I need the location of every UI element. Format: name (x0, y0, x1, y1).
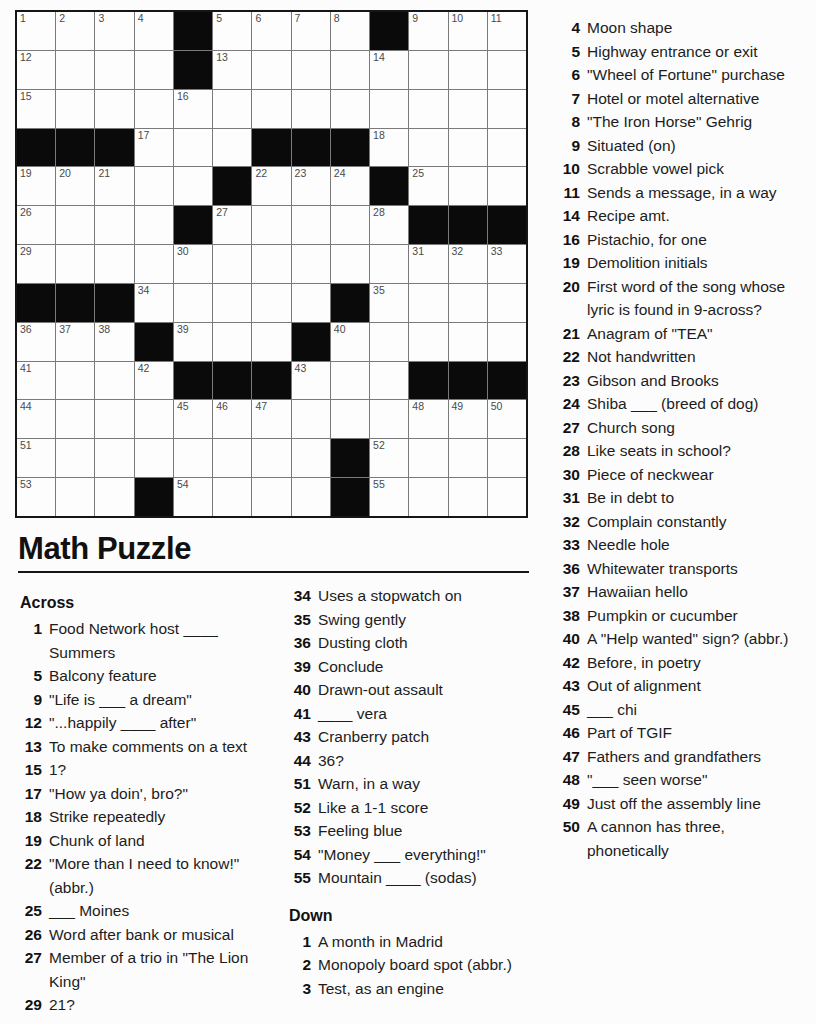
cell-number: 48 (412, 400, 424, 413)
cell-r7c12[interactable]: 32 (449, 245, 487, 283)
cell-r4c4[interactable]: 17 (135, 129, 173, 167)
cell-number: 3 (98, 12, 104, 25)
cell-r12c13[interactable] (488, 439, 526, 477)
cell-r13c2[interactable] (56, 478, 94, 516)
clue-text: Member of a trio in "The Lion King" (49, 946, 258, 993)
cell-r1c8[interactable]: 7 (292, 12, 330, 50)
cell-r8c6[interactable] (213, 284, 251, 322)
clue-number: 14 (556, 204, 580, 228)
cell-r4c13[interactable] (488, 129, 526, 167)
clues-bottom-section: Across 1Food Network host ____ Summers5B… (18, 584, 534, 1017)
cell-r5c7[interactable]: 22 (252, 167, 290, 205)
black-cell-r4c7 (252, 129, 290, 167)
cell-number: 12 (20, 51, 32, 64)
cell-r5c4[interactable] (135, 167, 173, 205)
cell-r1c4[interactable]: 4 (135, 12, 173, 50)
cell-number: 22 (255, 167, 267, 180)
cell-number: 38 (98, 323, 110, 336)
clue-down-45: 45___ chi (556, 698, 805, 722)
clue-text: Food Network host ____ Summers (49, 617, 258, 664)
cell-r7c11[interactable]: 31 (409, 245, 447, 283)
black-cell-r8c2 (56, 284, 94, 322)
cell-r3c7[interactable] (252, 90, 290, 128)
cell-r11c12[interactable]: 49 (449, 400, 487, 438)
cell-number: 11 (491, 12, 502, 25)
cell-r3c5[interactable]: 16 (174, 90, 212, 128)
cell-r2c11[interactable] (409, 51, 447, 89)
cell-r11c13[interactable]: 50 (488, 400, 526, 438)
cell-r5c13[interactable] (488, 167, 526, 205)
cell-r13c5[interactable]: 54 (174, 478, 212, 516)
cell-r4c10[interactable]: 18 (370, 129, 408, 167)
clue-across-17: 17"How ya doin', bro?" (18, 782, 258, 806)
clue-down-3: 3Test, as an engine (287, 977, 534, 1001)
clue-number: 30 (556, 463, 580, 487)
clue-text: Test, as an engine (318, 977, 534, 1001)
cell-number: 33 (491, 245, 503, 258)
black-cell-r6c5 (174, 206, 212, 244)
cell-r11c5[interactable]: 45 (174, 400, 212, 438)
cell-number: 51 (20, 439, 32, 452)
cell-r7c1[interactable]: 29 (17, 245, 55, 283)
cell-r11c10[interactable] (370, 400, 408, 438)
cell-number: 10 (452, 12, 464, 25)
cell-r13c7[interactable] (252, 478, 290, 516)
cell-r1c6[interactable]: 5 (213, 12, 251, 50)
clue-number: 21 (556, 322, 580, 346)
cell-r5c12[interactable] (449, 167, 487, 205)
clue-text: First word of the song whose lyric is fo… (587, 275, 805, 322)
black-cell-r5c6 (213, 167, 251, 205)
black-cell-r9c4 (135, 323, 173, 361)
cell-r5c1[interactable]: 19 (17, 167, 55, 205)
clue-text: Shiba ___ (breed of dog) (587, 392, 805, 416)
clue-text: Situated (on) (587, 134, 805, 158)
cell-r7c8[interactable] (292, 245, 330, 283)
clue-text: Complain constantly (587, 510, 805, 534)
clue-down-4: 4Moon shape (556, 16, 805, 40)
cell-r1c2[interactable]: 2 (56, 12, 94, 50)
cell-r8c10[interactable]: 35 (370, 284, 408, 322)
clue-number: 40 (556, 627, 580, 651)
clue-text: Strike repeatedly (49, 805, 258, 829)
across-clues-list-continued: 34Uses a stopwatch on35Swing gently36Dus… (287, 584, 534, 890)
clue-across-15: 151? (18, 758, 258, 782)
cell-r2c8[interactable] (292, 51, 330, 89)
black-cell-r5c10 (370, 167, 408, 205)
cell-number: 55 (373, 478, 385, 491)
cell-r8c4[interactable]: 34 (135, 284, 173, 322)
clue-down-49: 49Just off the assembly line (556, 792, 805, 816)
cell-r2c3[interactable] (95, 51, 133, 89)
cell-r13c11[interactable] (409, 478, 447, 516)
cell-r4c6[interactable] (213, 129, 251, 167)
clue-down-9: 9Situated (on) (556, 134, 805, 158)
cell-r7c4[interactable] (135, 245, 173, 283)
cell-number: 6 (255, 12, 261, 25)
clue-across-13: 13To make comments on a text (18, 735, 258, 759)
cell-number: 29 (20, 245, 32, 258)
cell-r7c13[interactable]: 33 (488, 245, 526, 283)
cell-number: 23 (295, 167, 307, 180)
cell-number: 30 (177, 245, 189, 258)
clue-down-43: 43Out of alignment (556, 674, 805, 698)
cell-number: 53 (20, 478, 32, 491)
clue-text: Conclude (318, 655, 534, 679)
cell-r7c6[interactable] (213, 245, 251, 283)
clue-number: 35 (287, 608, 311, 632)
cell-r8c12[interactable] (449, 284, 487, 322)
clue-across-36: 36Dusting cloth (287, 631, 534, 655)
clue-text: Fathers and grandfathers (587, 745, 805, 769)
cell-r9c10[interactable] (370, 323, 408, 361)
cell-r13c10[interactable]: 55 (370, 478, 408, 516)
black-cell-r4c8 (292, 129, 330, 167)
clue-number: 45 (556, 698, 580, 722)
cell-r13c12[interactable] (449, 478, 487, 516)
cell-number: 18 (373, 129, 385, 142)
cell-r9c5[interactable]: 39 (174, 323, 212, 361)
black-cell-r4c2 (56, 129, 94, 167)
cell-r5c2[interactable]: 20 (56, 167, 94, 205)
cell-r2c1[interactable]: 12 (17, 51, 55, 89)
cell-r4c11[interactable] (409, 129, 447, 167)
clue-number: 24 (556, 392, 580, 416)
cell-number: 13 (216, 51, 228, 64)
cell-r7c10[interactable] (370, 245, 408, 283)
clue-across-5: 5Balcony feature (18, 664, 258, 688)
cell-r13c13[interactable] (488, 478, 526, 516)
clue-number: 9 (18, 688, 42, 712)
clue-text: Cranberry patch (318, 725, 534, 749)
cell-r6c4[interactable] (135, 206, 173, 244)
cell-r12c7[interactable] (252, 439, 290, 477)
clue-number: 36 (287, 631, 311, 655)
cell-number: 25 (412, 167, 424, 180)
cell-r11c6[interactable]: 46 (213, 400, 251, 438)
cell-r1c7[interactable]: 6 (252, 12, 290, 50)
clue-down-8: 8"The Iron Horse" Gehrig (556, 110, 805, 134)
clue-number: 49 (556, 792, 580, 816)
clue-across-44: 4436? (287, 749, 534, 773)
cell-r12c4[interactable] (135, 439, 173, 477)
cell-number: 26 (20, 206, 32, 219)
cell-r3c3[interactable] (95, 90, 133, 128)
clue-number: 55 (287, 866, 311, 890)
clue-number: 47 (556, 745, 580, 769)
cell-r13c8[interactable] (292, 478, 330, 516)
cell-r7c2[interactable] (56, 245, 94, 283)
clue-down-37: 37Hawaiian hello (556, 580, 805, 604)
cell-r3c1[interactable]: 15 (17, 90, 55, 128)
cell-r12c3[interactable] (95, 439, 133, 477)
clue-number: 19 (18, 829, 42, 853)
clue-down-6: 6"Wheel of Fortune" purchase (556, 63, 805, 87)
cell-r7c5[interactable]: 30 (174, 245, 212, 283)
cell-r11c7[interactable]: 47 (252, 400, 290, 438)
clue-text: 21? (49, 993, 258, 1017)
clue-across-1: 1Food Network host ____ Summers (18, 617, 258, 664)
cell-number: 50 (491, 400, 503, 413)
cell-r6c2[interactable] (56, 206, 94, 244)
clue-down-10: 10Scrabble vowel pick (556, 157, 805, 181)
clue-text: Whitewater transports (587, 557, 805, 581)
cell-number: 40 (334, 323, 346, 336)
clue-number: 22 (556, 345, 580, 369)
clue-text: Scrabble vowel pick (587, 157, 805, 181)
cell-number: 45 (177, 400, 189, 413)
across-clues-column: Across 1Food Network host ____ Summers5B… (18, 584, 258, 1017)
cell-r3c11[interactable] (409, 90, 447, 128)
cell-r3c12[interactable] (449, 90, 487, 128)
clue-text: 36? (318, 749, 534, 773)
clue-number: 15 (18, 758, 42, 782)
cell-r4c5[interactable] (174, 129, 212, 167)
cell-number: 7 (295, 12, 301, 25)
cell-r12c2[interactable] (56, 439, 94, 477)
cell-number: 28 (373, 206, 385, 219)
cell-r2c2[interactable] (56, 51, 94, 89)
cell-number: 44 (20, 400, 32, 413)
cell-r3c10[interactable] (370, 90, 408, 128)
cell-r12c5[interactable] (174, 439, 212, 477)
cell-number: 42 (138, 362, 150, 375)
cell-r3c4[interactable] (135, 90, 173, 128)
clue-down-46: 46Part of TGIF (556, 721, 805, 745)
cell-r8c5[interactable] (174, 284, 212, 322)
clue-number: 39 (287, 655, 311, 679)
cell-number: 20 (59, 167, 71, 180)
clue-across-55: 55Mountain ____ (sodas) (287, 866, 534, 890)
clue-text: ____ vera (318, 702, 534, 726)
clue-text: Dusting cloth (318, 631, 534, 655)
cell-r1c1[interactable]: 1 (17, 12, 55, 50)
cell-r1c3[interactable]: 3 (95, 12, 133, 50)
cell-r6c1[interactable]: 26 (17, 206, 55, 244)
cell-number: 21 (98, 167, 110, 180)
clue-down-27: 27Church song (556, 416, 805, 440)
clue-text: A "Help wanted" sign? (abbr.) (587, 627, 805, 651)
clue-number: 51 (287, 772, 311, 796)
cell-r12c8[interactable] (292, 439, 330, 477)
clue-across-12: 12"...happily ____ after" (18, 711, 258, 735)
cell-r9c1[interactable]: 36 (17, 323, 55, 361)
black-cell-r8c9 (331, 284, 369, 322)
cell-r6c7[interactable] (252, 206, 290, 244)
clue-number: 48 (556, 768, 580, 792)
black-cell-r10c6 (213, 362, 251, 400)
clue-number: 25 (18, 899, 42, 923)
clue-text: ___ chi (587, 698, 805, 722)
cell-r2c13[interactable] (488, 51, 526, 89)
clue-text: Hotel or motel alternative (587, 87, 805, 111)
cell-r11c11[interactable]: 48 (409, 400, 447, 438)
cell-r3c2[interactable] (56, 90, 94, 128)
clue-across-27: 27Member of a trio in "The Lion King" (18, 946, 258, 993)
cell-r11c3[interactable] (95, 400, 133, 438)
clue-number: 4 (556, 16, 580, 40)
cell-r6c10[interactable]: 28 (370, 206, 408, 244)
clue-across-35: 35Swing gently (287, 608, 534, 632)
cell-r9c3[interactable]: 38 (95, 323, 133, 361)
cell-r7c9[interactable] (331, 245, 369, 283)
cell-r6c8[interactable] (292, 206, 330, 244)
clue-text: Just off the assembly line (587, 792, 805, 816)
cell-number: 17 (138, 129, 150, 142)
cell-r8c11[interactable] (409, 284, 447, 322)
cell-r11c8[interactable] (292, 400, 330, 438)
cell-r8c7[interactable] (252, 284, 290, 322)
black-cell-r10c5 (174, 362, 212, 400)
cell-r11c4[interactable] (135, 400, 173, 438)
cell-r13c6[interactable] (213, 478, 251, 516)
clue-down-2: 2Monopoly board spot (abbr.) (287, 953, 534, 977)
clue-across-9: 9"Life is ___ a dream" (18, 688, 258, 712)
cell-r11c9[interactable] (331, 400, 369, 438)
crossword-grid: 1234567891011121314151617181920212223242… (15, 10, 528, 518)
clue-number: 33 (556, 533, 580, 557)
cell-r10c2[interactable] (56, 362, 94, 400)
cell-r1c13[interactable]: 11 (488, 12, 526, 50)
cell-r5c9[interactable]: 24 (331, 167, 369, 205)
cell-number: 46 (216, 400, 228, 413)
across-clues-list: 1Food Network host ____ Summers5Balcony … (18, 617, 258, 1017)
clue-text: Pistachio, for one (587, 228, 805, 252)
cell-r9c6[interactable] (213, 323, 251, 361)
cell-number: 2 (59, 12, 65, 25)
clue-number: 3 (287, 977, 311, 1001)
clue-text: Feeling blue (318, 819, 534, 843)
cell-number: 54 (177, 478, 189, 491)
cell-r10c4[interactable]: 42 (135, 362, 173, 400)
cell-r9c11[interactable] (409, 323, 447, 361)
clue-number: 54 (287, 843, 311, 867)
clue-text: Highway entrance or exit (587, 40, 805, 64)
cell-r1c12[interactable]: 10 (449, 12, 487, 50)
cell-r10c10[interactable] (370, 362, 408, 400)
clue-down-31: 31Be in debt to (556, 486, 805, 510)
cell-r11c1[interactable]: 44 (17, 400, 55, 438)
cell-r9c7[interactable] (252, 323, 290, 361)
black-cell-r4c3 (95, 129, 133, 167)
cell-r3c8[interactable] (292, 90, 330, 128)
clue-text: "Life is ___ a dream" (49, 688, 258, 712)
cell-r10c8[interactable]: 43 (292, 362, 330, 400)
black-cell-r6c13 (488, 206, 526, 244)
clue-text: Church song (587, 416, 805, 440)
clue-down-7: 7Hotel or motel alternative (556, 87, 805, 111)
cell-r10c3[interactable] (95, 362, 133, 400)
cell-r6c9[interactable] (331, 206, 369, 244)
cell-r3c9[interactable] (331, 90, 369, 128)
cell-r5c5[interactable] (174, 167, 212, 205)
cell-number: 19 (20, 167, 32, 180)
cell-r12c11[interactable] (409, 439, 447, 477)
cell-r12c1[interactable]: 51 (17, 439, 55, 477)
clue-text: Chunk of land (49, 829, 258, 853)
cell-r3c6[interactable] (213, 90, 251, 128)
cell-number: 34 (138, 284, 150, 297)
cell-r13c1[interactable]: 53 (17, 478, 55, 516)
cell-r2c12[interactable] (449, 51, 487, 89)
cell-r10c1[interactable]: 41 (17, 362, 55, 400)
clue-across-54: 54"Money ___ everything!" (287, 843, 534, 867)
clue-text: Pumpkin or cucumber (587, 604, 805, 628)
cell-r12c12[interactable] (449, 439, 487, 477)
clue-number: 23 (556, 369, 580, 393)
clue-across-43: 43Cranberry patch (287, 725, 534, 749)
cell-r5c8[interactable]: 23 (292, 167, 330, 205)
clue-across-19: 19Chunk of land (18, 829, 258, 853)
clue-number: 2 (287, 953, 311, 977)
clue-text: Gibson and Brooks (587, 369, 805, 393)
cell-r2c7[interactable] (252, 51, 290, 89)
cell-r13c3[interactable] (95, 478, 133, 516)
cell-number: 9 (412, 12, 418, 25)
cell-r5c11[interactable]: 25 (409, 167, 447, 205)
cell-r8c8[interactable] (292, 284, 330, 322)
clue-down-50: 50A cannon has three, phonetically (556, 815, 805, 862)
clue-text: "More than I need to know!" (abbr.) (49, 852, 258, 899)
cell-r2c4[interactable] (135, 51, 173, 89)
black-cell-r10c7 (252, 362, 290, 400)
cell-r9c9[interactable]: 40 (331, 323, 369, 361)
cell-r12c6[interactable] (213, 439, 251, 477)
cell-r7c7[interactable] (252, 245, 290, 283)
clue-text: "___ seen worse" (587, 768, 805, 792)
clue-number: 20 (556, 275, 580, 299)
cell-r4c12[interactable] (449, 129, 487, 167)
clue-text: Warn, in a way (318, 772, 534, 796)
down-clues-list: 1A month in Madrid2Monopoly board spot (… (287, 930, 534, 1001)
cell-r3c13[interactable] (488, 90, 526, 128)
cell-r6c3[interactable] (95, 206, 133, 244)
clue-number: 52 (287, 796, 311, 820)
cell-number: 35 (373, 284, 385, 297)
cell-number: 8 (334, 12, 340, 25)
black-cell-r13c9 (331, 478, 369, 516)
cell-r7c3[interactable] (95, 245, 133, 283)
clue-text: Recipe amt. (587, 204, 805, 228)
cell-r9c12[interactable] (449, 323, 487, 361)
clue-across-40: 40Drawn-out assault (287, 678, 534, 702)
clue-number: 8 (556, 110, 580, 134)
cell-r10c9[interactable] (331, 362, 369, 400)
cell-r2c10[interactable]: 14 (370, 51, 408, 89)
clue-text: 1? (49, 758, 258, 782)
cell-r12c10[interactable]: 52 (370, 439, 408, 477)
cell-number: 37 (59, 323, 71, 336)
cell-r9c13[interactable] (488, 323, 526, 361)
black-cell-r8c3 (95, 284, 133, 322)
cell-r8c13[interactable] (488, 284, 526, 322)
cell-r2c6[interactable]: 13 (213, 51, 251, 89)
cell-r1c9[interactable]: 8 (331, 12, 369, 50)
cell-r6c6[interactable]: 27 (213, 206, 251, 244)
cell-r11c2[interactable] (56, 400, 94, 438)
clue-text: "...happily ____ after" (49, 711, 258, 735)
cell-r9c2[interactable]: 37 (56, 323, 94, 361)
clue-number: 42 (556, 651, 580, 675)
clue-text: Like a 1-1 score (318, 796, 534, 820)
cell-r5c3[interactable]: 21 (95, 167, 133, 205)
clue-down-21: 21Anagram of "TEA" (556, 322, 805, 346)
cell-r1c11[interactable]: 9 (409, 12, 447, 50)
clue-across-51: 51Warn, in a way (287, 772, 534, 796)
cell-r2c9[interactable] (331, 51, 369, 89)
clue-text: "Money ___ everything!" (318, 843, 534, 867)
clue-text: Piece of neckwear (587, 463, 805, 487)
